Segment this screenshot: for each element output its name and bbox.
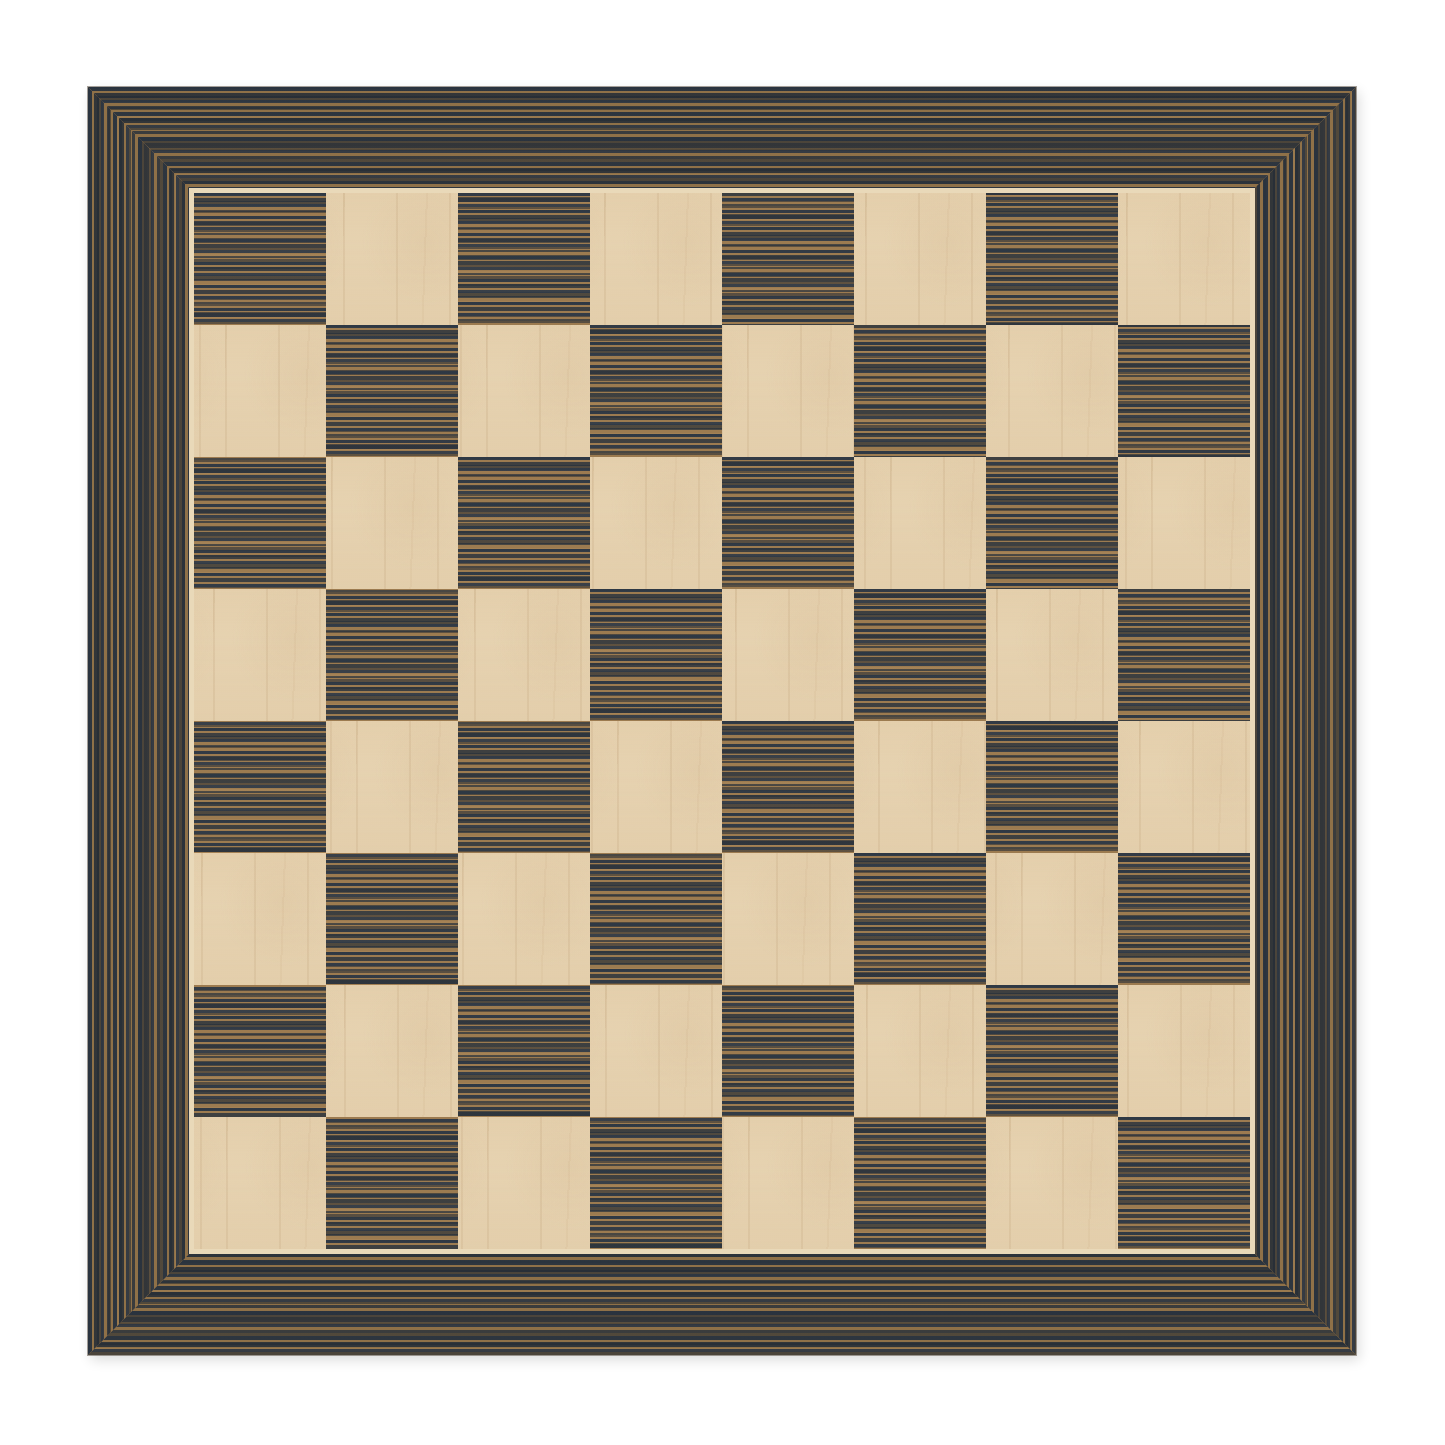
frame-right	[1255, 87, 1356, 1355]
square-r4c2[interactable]	[326, 589, 458, 721]
square-r6c8[interactable]	[1118, 853, 1250, 985]
square-r5c1[interactable]	[194, 721, 326, 853]
square-r8c2[interactable]	[326, 1117, 458, 1249]
square-r3c3[interactable]	[458, 457, 590, 589]
square-r8c8[interactable]	[1118, 1117, 1250, 1249]
square-r8c6[interactable]	[854, 1117, 986, 1249]
square-r4c8[interactable]	[1118, 589, 1250, 721]
square-r2c6[interactable]	[854, 325, 986, 457]
frame-bottom	[88, 1254, 1356, 1355]
square-r7c5[interactable]	[722, 985, 854, 1117]
square-r6c4[interactable]	[590, 853, 722, 985]
square-r2c1[interactable]	[194, 325, 326, 457]
square-r3c6[interactable]	[854, 457, 986, 589]
square-r7c6[interactable]	[854, 985, 986, 1117]
square-r5c5[interactable]	[722, 721, 854, 853]
square-r7c4[interactable]	[590, 985, 722, 1117]
square-r1c7[interactable]	[986, 193, 1118, 325]
square-r4c5[interactable]	[722, 589, 854, 721]
square-r2c7[interactable]	[986, 325, 1118, 457]
square-r3c1[interactable]	[194, 457, 326, 589]
square-r6c2[interactable]	[326, 853, 458, 985]
square-r4c6[interactable]	[854, 589, 986, 721]
square-r2c3[interactable]	[458, 325, 590, 457]
square-r2c5[interactable]	[722, 325, 854, 457]
square-r4c3[interactable]	[458, 589, 590, 721]
square-r7c8[interactable]	[1118, 985, 1250, 1117]
square-r1c1[interactable]	[194, 193, 326, 325]
square-r4c4[interactable]	[590, 589, 722, 721]
square-r1c8[interactable]	[1118, 193, 1250, 325]
square-r8c5[interactable]	[722, 1117, 854, 1249]
square-r1c3[interactable]	[458, 193, 590, 325]
square-r7c1[interactable]	[194, 985, 326, 1117]
playing-field	[189, 188, 1255, 1254]
frame-top	[88, 87, 1356, 188]
square-r5c2[interactable]	[326, 721, 458, 853]
chess-board	[88, 87, 1356, 1355]
square-r7c3[interactable]	[458, 985, 590, 1117]
square-r6c5[interactable]	[722, 853, 854, 985]
square-r3c2[interactable]	[326, 457, 458, 589]
square-r3c8[interactable]	[1118, 457, 1250, 589]
frame-left	[88, 87, 189, 1355]
square-r8c7[interactable]	[986, 1117, 1118, 1249]
square-r2c8[interactable]	[1118, 325, 1250, 457]
square-r1c5[interactable]	[722, 193, 854, 325]
square-r5c4[interactable]	[590, 721, 722, 853]
square-r4c7[interactable]	[986, 589, 1118, 721]
square-r8c1[interactable]	[194, 1117, 326, 1249]
square-r1c4[interactable]	[590, 193, 722, 325]
square-r6c3[interactable]	[458, 853, 590, 985]
square-r7c7[interactable]	[986, 985, 1118, 1117]
square-r5c6[interactable]	[854, 721, 986, 853]
square-r3c5[interactable]	[722, 457, 854, 589]
square-r8c4[interactable]	[590, 1117, 722, 1249]
square-r6c6[interactable]	[854, 853, 986, 985]
square-r1c6[interactable]	[854, 193, 986, 325]
square-r3c7[interactable]	[986, 457, 1118, 589]
square-r5c3[interactable]	[458, 721, 590, 853]
square-r4c1[interactable]	[194, 589, 326, 721]
square-r5c8[interactable]	[1118, 721, 1250, 853]
square-r6c1[interactable]	[194, 853, 326, 985]
square-r5c7[interactable]	[986, 721, 1118, 853]
square-r2c4[interactable]	[590, 325, 722, 457]
square-r6c7[interactable]	[986, 853, 1118, 985]
square-r2c2[interactable]	[326, 325, 458, 457]
square-r8c3[interactable]	[458, 1117, 590, 1249]
square-r3c4[interactable]	[590, 457, 722, 589]
square-r1c2[interactable]	[326, 193, 458, 325]
square-r7c2[interactable]	[326, 985, 458, 1117]
squares-grid	[194, 193, 1250, 1249]
